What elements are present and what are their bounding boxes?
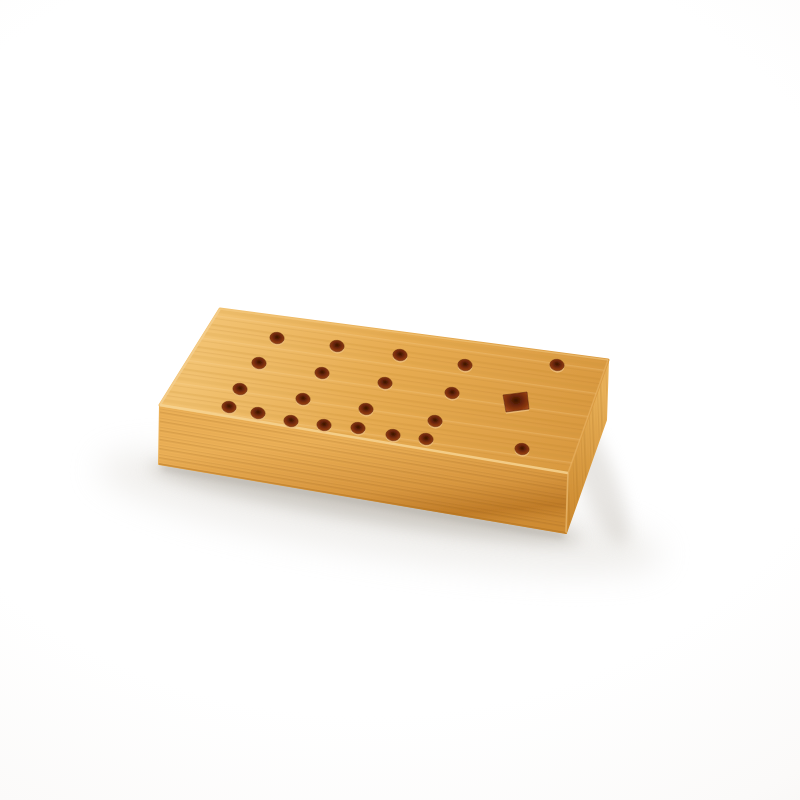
product-photo [0,0,800,800]
square-peg-hole[interactable] [503,392,529,414]
peg-board [0,0,800,800]
